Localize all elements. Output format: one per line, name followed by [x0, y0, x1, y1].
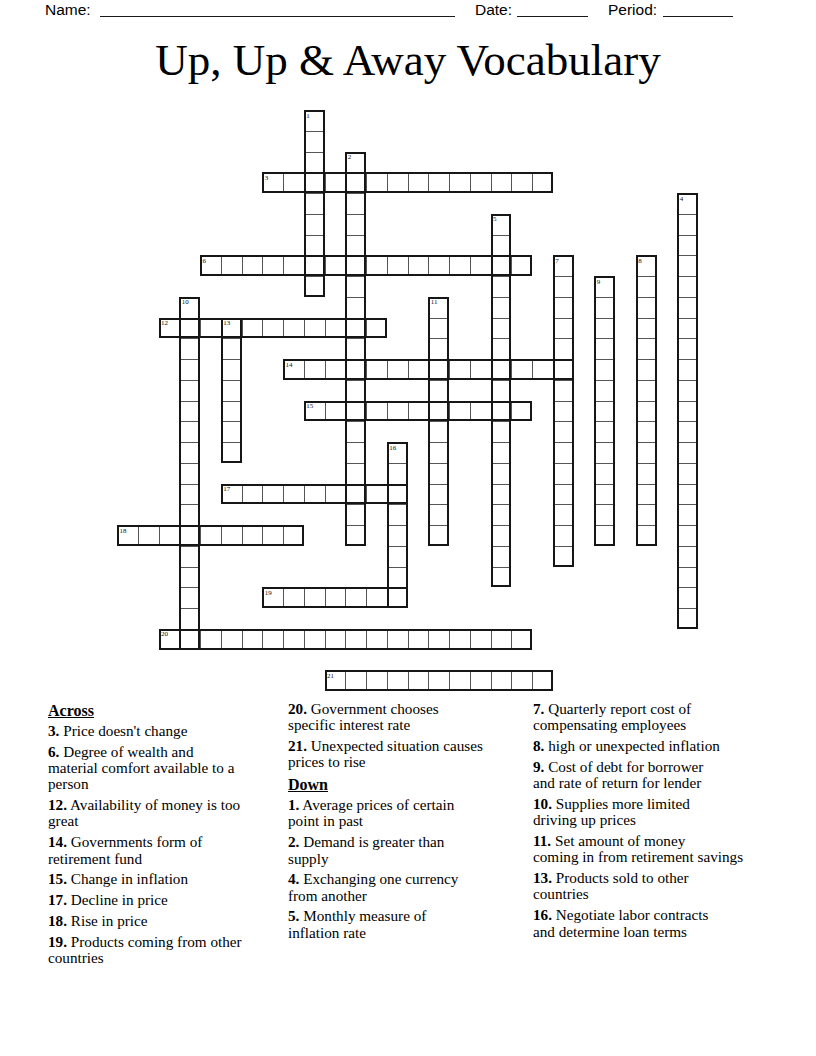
clue-column-3: 7. Quarterly report cost ofcompensating … [533, 701, 795, 944]
word-outline [262, 587, 407, 608]
clue-8: 8. high or unexpected inflation [533, 738, 795, 754]
word-outline [179, 297, 200, 650]
clue-9: 9. Cost of debt for borrowerand rate of … [533, 759, 795, 792]
clue-7: 7. Quarterly report cost ofcompensating … [533, 701, 795, 734]
clue-2: 2. Demand is greater thansupply [288, 834, 528, 867]
date-label: Date: [475, 1, 512, 19]
clue-number-label: 11. [533, 832, 551, 849]
word-outline [553, 255, 574, 566]
clue-number-label: 4. [288, 870, 299, 887]
clue-number-label: 17. [48, 891, 67, 908]
clue-section: 20. Government choosesspecific interest … [288, 701, 528, 771]
word-outline [677, 193, 698, 629]
clue-number-label: 10. [533, 795, 552, 812]
word-outline [636, 255, 657, 546]
clue-number-label: 12. [48, 796, 67, 813]
clue-number-label: 3. [48, 722, 59, 739]
clue-19: 19. Products coming from othercountries [48, 934, 285, 967]
word-outline [159, 629, 533, 650]
period-blank-line [663, 2, 733, 17]
clue-12: 12. Availability of money is toogreat [48, 797, 285, 830]
clue-number-label: 14. [48, 833, 67, 850]
clue-1: 1. Average prices of certainpoint in pas… [288, 797, 528, 830]
clue-column-2: 20. Government choosesspecific interest … [288, 701, 528, 946]
clue-number-label: 5. [288, 907, 299, 924]
clue-4: 4. Exchanging one currencyfrom another [288, 871, 528, 904]
word-outline [345, 152, 366, 546]
crossword-worksheet: { "header": { "name_label": "Name:", "da… [0, 0, 816, 1056]
clue-number-label: 16. [533, 906, 552, 923]
clue-number-label: 8. [533, 737, 544, 754]
clue-number-label: 9. [533, 758, 544, 775]
name-blank-line [100, 2, 455, 17]
clue-number-label: 21. [288, 737, 307, 754]
clue-6: 6. Degree of wealth andmaterial comfort … [48, 744, 285, 793]
down-heading: Down [288, 775, 528, 794]
clue-10: 10. Supplies more limiteddriving up pric… [533, 796, 795, 829]
clue-20: 20. Government choosesspecific interest … [288, 701, 528, 734]
clue-section: Across3. Price doesn't change6. Degree o… [48, 701, 285, 966]
clue-number-label: 7. [533, 700, 544, 717]
word-outline [117, 525, 304, 546]
word-outline [491, 214, 512, 588]
clue-number-label: 6. [48, 743, 59, 760]
word-outline [304, 110, 325, 297]
clue-15: 15. Change in inflation [48, 871, 285, 887]
word-outline [387, 442, 408, 608]
clue-18: 18. Rise in price [48, 913, 285, 929]
clue-number-label: 20. [288, 700, 307, 717]
clue-number-label: 18. [48, 912, 67, 929]
clue-column-1: Across3. Price doesn't change6. Degree o… [48, 701, 285, 971]
clue-21: 21. Unexpected situation causesprices to… [288, 738, 528, 771]
clue-number-label: 13. [533, 869, 552, 886]
word-outline [325, 670, 553, 691]
clue-number-label: 15. [48, 870, 67, 887]
clue-16: 16. Negotiate labor contractsand determi… [533, 907, 795, 940]
clue-17: 17. Decline in price [48, 892, 285, 908]
word-outline [221, 484, 408, 505]
word-outline [221, 318, 242, 463]
clue-section: 7. Quarterly report cost ofcompensating … [533, 701, 795, 940]
clue-number-label: 1. [288, 796, 299, 813]
crossword-grid: 361214151718192021124578910111316 [117, 110, 698, 691]
clue-11: 11. Set amount of moneycoming in from re… [533, 833, 795, 866]
date-blank-line [517, 2, 588, 17]
name-label: Name: [45, 1, 91, 19]
clue-13: 13. Products sold to othercountries [533, 870, 795, 903]
across-heading: Across [48, 701, 285, 720]
clue-section: Down1. Average prices of certainpoint in… [288, 775, 528, 941]
word-outline [200, 255, 532, 276]
period-label: Period: [608, 1, 657, 19]
clue-5: 5. Monthly measure ofinflation rate [288, 908, 528, 941]
clue-3: 3. Price doesn't change [48, 723, 285, 739]
clue-number-label: 19. [48, 933, 67, 950]
clue-14: 14. Governments form ofretirement fund [48, 834, 285, 867]
puzzle-title: Up, Up & Away Vocabulary [0, 33, 816, 87]
clue-number-label: 2. [288, 833, 299, 850]
word-outline [594, 276, 615, 546]
word-outline [428, 297, 449, 546]
